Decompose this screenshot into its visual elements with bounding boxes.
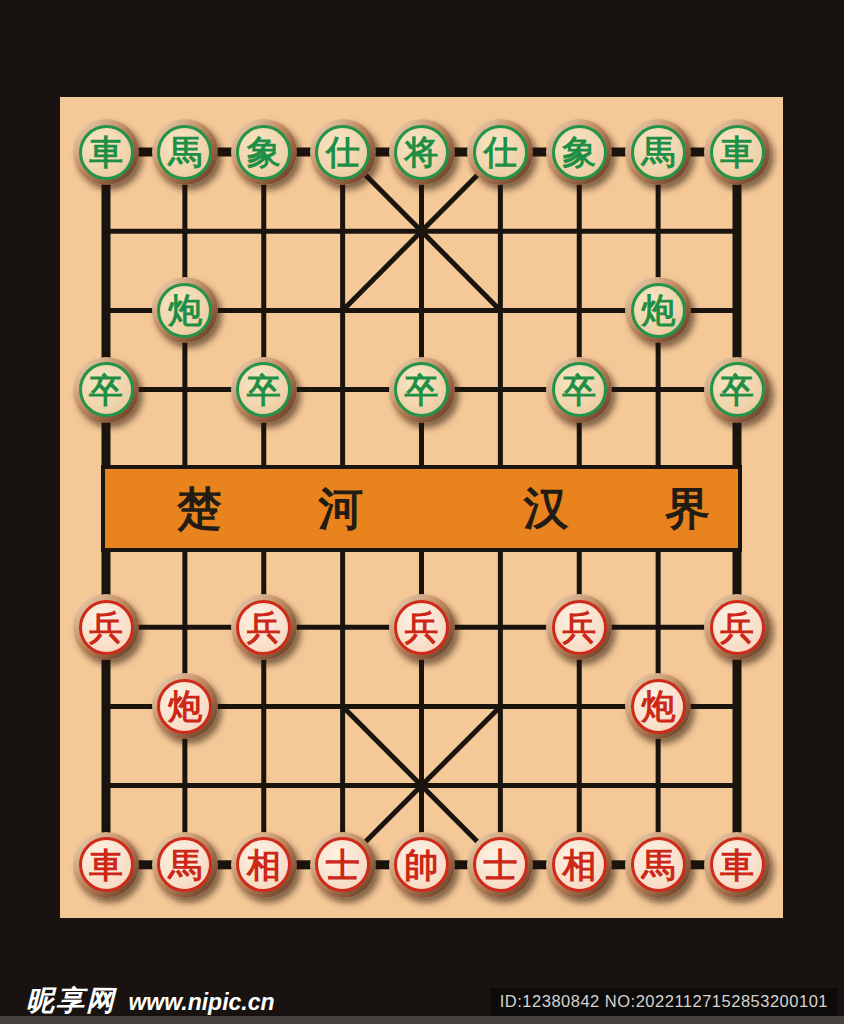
piece-character: 炮 bbox=[157, 283, 212, 338]
piece-character: 車 bbox=[710, 837, 765, 892]
river-label-han-jie: 汉 界 bbox=[524, 486, 753, 531]
page-background: 楚 河 汉 界 車馬象仕将仕象馬車炮炮卒卒卒卒卒兵兵兵兵兵炮炮車馬相士帥士相馬車… bbox=[0, 0, 844, 1024]
piece-character: 馬 bbox=[157, 837, 212, 892]
piece-green-将[interactable]: 将 bbox=[389, 119, 455, 185]
piece-character: 炮 bbox=[631, 679, 686, 734]
piece-red-兵[interactable]: 兵 bbox=[704, 594, 770, 660]
piece-character: 卒 bbox=[710, 362, 765, 417]
piece-character: 馬 bbox=[157, 125, 212, 180]
piece-green-車[interactable]: 車 bbox=[704, 119, 770, 185]
piece-green-卒[interactable]: 卒 bbox=[546, 357, 612, 423]
piece-green-象[interactable]: 象 bbox=[546, 119, 612, 185]
piece-character: 卒 bbox=[552, 362, 607, 417]
piece-character: 兵 bbox=[710, 600, 765, 655]
piece-red-兵[interactable]: 兵 bbox=[389, 594, 455, 660]
piece-character: 馬 bbox=[631, 125, 686, 180]
piece-green-象[interactable]: 象 bbox=[231, 119, 297, 185]
footer-bar: 昵享网 www.nipic.cn ID:12380842 NO:20221127… bbox=[0, 958, 844, 1024]
river-label-chu-he: 楚 河 bbox=[177, 486, 406, 531]
watermark-url: www.nipic.cn bbox=[128, 989, 274, 1015]
piece-character: 士 bbox=[315, 837, 370, 892]
piece-character: 兵 bbox=[236, 600, 291, 655]
piece-red-馬[interactable]: 馬 bbox=[625, 832, 691, 898]
piece-red-士[interactable]: 士 bbox=[310, 832, 376, 898]
river-band: 楚 河 汉 界 bbox=[101, 465, 742, 552]
piece-character: 炮 bbox=[631, 283, 686, 338]
piece-red-兵[interactable]: 兵 bbox=[73, 594, 139, 660]
piece-character: 士 bbox=[473, 837, 528, 892]
piece-green-馬[interactable]: 馬 bbox=[625, 119, 691, 185]
piece-character: 卒 bbox=[79, 362, 134, 417]
piece-character: 象 bbox=[236, 125, 291, 180]
bottom-strip bbox=[0, 1016, 844, 1024]
watermark-logo: 昵享网 bbox=[26, 985, 116, 1016]
piece-character: 仕 bbox=[315, 125, 370, 180]
piece-character: 卒 bbox=[236, 362, 291, 417]
piece-red-馬[interactable]: 馬 bbox=[152, 832, 218, 898]
xiangqi-board[interactable]: 楚 河 汉 界 車馬象仕将仕象馬車炮炮卒卒卒卒卒兵兵兵兵兵炮炮車馬相士帥士相馬車 bbox=[60, 97, 783, 918]
piece-character: 象 bbox=[552, 125, 607, 180]
piece-green-卒[interactable]: 卒 bbox=[704, 357, 770, 423]
piece-character: 炮 bbox=[157, 679, 212, 734]
piece-character: 帥 bbox=[394, 837, 449, 892]
piece-character: 車 bbox=[79, 125, 134, 180]
piece-character: 兵 bbox=[394, 600, 449, 655]
piece-character: 相 bbox=[552, 837, 607, 892]
piece-green-仕[interactable]: 仕 bbox=[310, 119, 376, 185]
piece-red-車[interactable]: 車 bbox=[704, 832, 770, 898]
piece-character: 兵 bbox=[552, 600, 607, 655]
watermark: 昵享网 www.nipic.cn bbox=[26, 982, 275, 1020]
piece-green-卒[interactable]: 卒 bbox=[231, 357, 297, 423]
piece-red-士[interactable]: 士 bbox=[467, 832, 533, 898]
piece-red-相[interactable]: 相 bbox=[546, 832, 612, 898]
image-id-badge: ID:12380842 NO:20221127152853200101 bbox=[490, 988, 838, 1016]
piece-character: 車 bbox=[710, 125, 765, 180]
piece-red-炮[interactable]: 炮 bbox=[152, 673, 218, 739]
piece-red-相[interactable]: 相 bbox=[231, 832, 297, 898]
piece-red-兵[interactable]: 兵 bbox=[231, 594, 297, 660]
piece-character: 車 bbox=[79, 837, 134, 892]
piece-character: 仕 bbox=[473, 125, 528, 180]
piece-character: 馬 bbox=[631, 837, 686, 892]
piece-green-馬[interactable]: 馬 bbox=[152, 119, 218, 185]
piece-green-卒[interactable]: 卒 bbox=[73, 357, 139, 423]
piece-red-車[interactable]: 車 bbox=[73, 832, 139, 898]
piece-green-仕[interactable]: 仕 bbox=[467, 119, 533, 185]
piece-red-兵[interactable]: 兵 bbox=[546, 594, 612, 660]
piece-character: 相 bbox=[236, 837, 291, 892]
piece-character: 将 bbox=[394, 125, 449, 180]
piece-green-卒[interactable]: 卒 bbox=[389, 357, 455, 423]
piece-green-炮[interactable]: 炮 bbox=[152, 277, 218, 343]
piece-character: 兵 bbox=[79, 600, 134, 655]
piece-red-帥[interactable]: 帥 bbox=[389, 832, 455, 898]
piece-green-車[interactable]: 車 bbox=[73, 119, 139, 185]
piece-character: 卒 bbox=[394, 362, 449, 417]
